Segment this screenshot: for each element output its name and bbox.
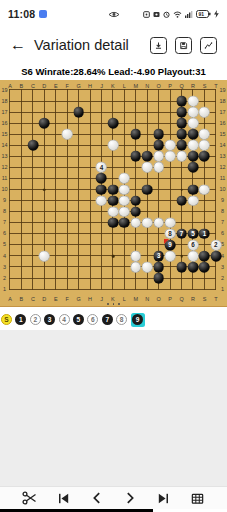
board-cell-D10[interactable]	[39, 184, 50, 195]
board-cell-M13[interactable]	[130, 151, 141, 162]
move-chip-8[interactable]: 8	[116, 314, 127, 325]
board-cell-O5[interactable]	[153, 239, 164, 250]
board-cell-R5[interactable]: 6	[187, 239, 198, 250]
board-cell-S10[interactable]	[199, 184, 210, 195]
board-cell-P13[interactable]	[164, 151, 175, 162]
board-cell-C16[interactable]	[27, 118, 38, 129]
board-cell-G4[interactable]	[73, 250, 84, 261]
board-cell-Q5[interactable]	[176, 239, 187, 250]
board-cell-D19[interactable]	[39, 84, 50, 95]
board-cell-E15[interactable]	[50, 129, 61, 140]
board-cell-B19[interactable]	[16, 84, 27, 95]
board-cell-K1[interactable]	[107, 284, 118, 295]
board-cell-D11[interactable]	[39, 173, 50, 184]
board-cell-H8[interactable]	[84, 206, 95, 217]
board-cell-L11[interactable]	[119, 173, 130, 184]
board-cell-F2[interactable]	[61, 273, 72, 284]
board-cell-N12[interactable]	[142, 162, 153, 173]
board-cell-K2[interactable]	[107, 273, 118, 284]
board-cell-B2[interactable]	[16, 273, 27, 284]
board-cell-E4[interactable]	[50, 250, 61, 261]
board-cell-Q6[interactable]: 7	[176, 228, 187, 239]
board-cell-F8[interactable]	[61, 206, 72, 217]
back-arrow-icon[interactable]: ←	[10, 37, 26, 53]
board-cell-Q16[interactable]	[176, 118, 187, 129]
board-cell-P18[interactable]	[164, 96, 175, 107]
board-cell-K5[interactable]	[107, 239, 118, 250]
board-cell-O7[interactable]	[153, 217, 164, 228]
board-cell-B8[interactable]	[16, 206, 27, 217]
board-cell-D8[interactable]	[39, 206, 50, 217]
board-cell-J13[interactable]	[96, 151, 107, 162]
board-cell-C17[interactable]	[27, 107, 38, 118]
board-cell-T10[interactable]	[210, 184, 221, 195]
board-cell-B4[interactable]	[16, 250, 27, 261]
board-cell-O10[interactable]	[153, 184, 164, 195]
move-chip-9[interactable]: 9	[132, 314, 143, 325]
board-cell-G6[interactable]	[73, 228, 84, 239]
board-cell-O17[interactable]	[153, 107, 164, 118]
board-cell-M9[interactable]	[130, 195, 141, 206]
board-cell-H5[interactable]	[84, 239, 95, 250]
board-cell-F19[interactable]	[61, 84, 72, 95]
board-cell-F11[interactable]	[61, 173, 72, 184]
board-cell-E2[interactable]	[50, 273, 61, 284]
board-cell-C7[interactable]	[27, 217, 38, 228]
board-cell-E10[interactable]	[50, 184, 61, 195]
board-cell-F10[interactable]	[61, 184, 72, 195]
board-cell-C1[interactable]	[27, 284, 38, 295]
board-cell-D3[interactable]	[39, 261, 50, 272]
move-chip-5[interactable]: 5	[73, 314, 84, 325]
board-cell-N5[interactable]	[142, 239, 153, 250]
board-cell-Q1[interactable]	[176, 284, 187, 295]
board-cell-R3[interactable]	[187, 261, 198, 272]
board-cell-S1[interactable]	[199, 284, 210, 295]
board-cell-S2[interactable]	[199, 273, 210, 284]
board-cell-M8[interactable]	[130, 206, 141, 217]
board-cell-Q18[interactable]	[176, 96, 187, 107]
board-cell-D1[interactable]	[39, 284, 50, 295]
board-cell-C15[interactable]	[27, 129, 38, 140]
previous-move-button[interactable]	[88, 490, 105, 507]
board-cell-J18[interactable]	[96, 96, 107, 107]
board-cell-M10[interactable]	[130, 184, 141, 195]
board-cell-S9[interactable]	[199, 195, 210, 206]
board-cell-N14[interactable]	[142, 140, 153, 151]
board-cell-T14[interactable]	[210, 140, 221, 151]
board-cell-T16[interactable]	[210, 118, 221, 129]
board-cell-T2[interactable]	[210, 273, 221, 284]
board-cell-F15[interactable]	[61, 129, 72, 140]
board-cell-G13[interactable]	[73, 151, 84, 162]
skip-to-end-button[interactable]	[155, 490, 172, 507]
board-cell-R4[interactable]	[187, 250, 198, 261]
board-cell-L19[interactable]	[119, 84, 130, 95]
board-cell-C12[interactable]	[27, 162, 38, 173]
board-cell-G16[interactable]	[73, 118, 84, 129]
board-cell-M5[interactable]	[130, 239, 141, 250]
board-cell-G18[interactable]	[73, 96, 84, 107]
board-cell-S3[interactable]	[199, 261, 210, 272]
board-cell-H18[interactable]	[84, 96, 95, 107]
board-cell-O3[interactable]	[153, 261, 164, 272]
board-cell-B1[interactable]	[16, 284, 27, 295]
board-cell-H14[interactable]	[84, 140, 95, 151]
board-cell-G19[interactable]	[73, 84, 84, 95]
board-cell-K4[interactable]	[107, 250, 118, 261]
board-cell-P9[interactable]	[164, 195, 175, 206]
board-cell-K12[interactable]	[107, 162, 118, 173]
board-cell-B12[interactable]	[16, 162, 27, 173]
board-cell-L10[interactable]	[119, 184, 130, 195]
board-cell-N4[interactable]	[142, 250, 153, 261]
board-cell-T9[interactable]	[210, 195, 221, 206]
board-cell-G14[interactable]	[73, 140, 84, 151]
board-cell-Q9[interactable]	[176, 195, 187, 206]
download-button[interactable]	[150, 37, 167, 54]
board-cell-K9[interactable]	[107, 195, 118, 206]
board-cell-O6[interactable]	[153, 228, 164, 239]
board-cell-R8[interactable]	[187, 206, 198, 217]
board-cell-F3[interactable]	[61, 261, 72, 272]
board-cell-J14[interactable]	[96, 140, 107, 151]
board-cell-A7[interactable]	[4, 217, 15, 228]
board-cell-J12[interactable]: 4	[96, 162, 107, 173]
board-cell-J16[interactable]	[96, 118, 107, 129]
board-cell-E9[interactable]	[50, 195, 61, 206]
board-cell-H11[interactable]	[84, 173, 95, 184]
board-cell-F18[interactable]	[61, 96, 72, 107]
board-cell-B10[interactable]	[16, 184, 27, 195]
board-cell-N10[interactable]	[142, 184, 153, 195]
board-cell-A14[interactable]	[4, 140, 15, 151]
board-cell-M6[interactable]	[130, 228, 141, 239]
board-cell-R17[interactable]	[187, 107, 198, 118]
board-cell-H3[interactable]	[84, 261, 95, 272]
board-cell-C14[interactable]	[27, 140, 38, 151]
board-cell-O16[interactable]	[153, 118, 164, 129]
board-cell-E16[interactable]	[50, 118, 61, 129]
board-cell-O15[interactable]	[153, 129, 164, 140]
board-cell-P7[interactable]	[164, 217, 175, 228]
board-cell-D15[interactable]	[39, 129, 50, 140]
board-cell-P17[interactable]	[164, 107, 175, 118]
analysis-graph-button[interactable]	[200, 37, 217, 54]
board-cell-F4[interactable]	[61, 250, 72, 261]
next-move-button[interactable]	[122, 490, 139, 507]
selected-move-highlight[interactable]: 9	[131, 313, 145, 327]
board-cell-N16[interactable]	[142, 118, 153, 129]
board-cell-A1[interactable]	[4, 284, 15, 295]
board-cell-O2[interactable]	[153, 273, 164, 284]
board-grid-button[interactable]	[189, 490, 206, 507]
board-cell-B5[interactable]	[16, 239, 27, 250]
move-chip-7[interactable]: 7	[102, 314, 113, 325]
board-cell-L3[interactable]	[119, 261, 130, 272]
board-cell-G3[interactable]	[73, 261, 84, 272]
board-cell-H9[interactable]	[84, 195, 95, 206]
board-cell-B16[interactable]	[16, 118, 27, 129]
board-cell-L14[interactable]	[119, 140, 130, 151]
board-cell-O1[interactable]	[153, 284, 164, 295]
board-cell-T7[interactable]	[210, 217, 221, 228]
board-cell-N13[interactable]	[142, 151, 153, 162]
board-cell-F7[interactable]	[61, 217, 72, 228]
board-cell-C6[interactable]	[27, 228, 38, 239]
board-cell-E17[interactable]	[50, 107, 61, 118]
board-cell-B7[interactable]	[16, 217, 27, 228]
board-cell-S8[interactable]	[199, 206, 210, 217]
board-cell-A17[interactable]	[4, 107, 15, 118]
board-cell-N19[interactable]	[142, 84, 153, 95]
board-cell-D6[interactable]	[39, 228, 50, 239]
board-cell-L13[interactable]	[119, 151, 130, 162]
board-cell-Q4[interactable]	[176, 250, 187, 261]
board-cell-K3[interactable]	[107, 261, 118, 272]
board-cell-S19[interactable]	[199, 84, 210, 95]
board-cell-C13[interactable]	[27, 151, 38, 162]
board-cell-A9[interactable]	[4, 195, 15, 206]
board-cell-E13[interactable]	[50, 151, 61, 162]
board-cell-P5[interactable]: 9	[164, 239, 175, 250]
board-cell-S7[interactable]	[199, 217, 210, 228]
board-cell-J2[interactable]	[96, 273, 107, 284]
board-cell-B9[interactable]	[16, 195, 27, 206]
board-cell-M19[interactable]	[130, 84, 141, 95]
board-cell-O19[interactable]	[153, 84, 164, 95]
board-cell-J1[interactable]	[96, 284, 107, 295]
board-cell-G8[interactable]	[73, 206, 84, 217]
board-cell-K16[interactable]	[107, 118, 118, 129]
board-cell-O14[interactable]	[153, 140, 164, 151]
board-cell-L17[interactable]	[119, 107, 130, 118]
board-cell-C11[interactable]	[27, 173, 38, 184]
board-cell-R18[interactable]	[187, 96, 198, 107]
board-cell-C8[interactable]	[27, 206, 38, 217]
board-cell-A19[interactable]	[4, 84, 15, 95]
board-cell-P11[interactable]	[164, 173, 175, 184]
board-cell-J19[interactable]	[96, 84, 107, 95]
board-cell-A3[interactable]	[4, 261, 15, 272]
board-cell-Q15[interactable]	[176, 129, 187, 140]
board-cell-E11[interactable]	[50, 173, 61, 184]
board-cell-H7[interactable]	[84, 217, 95, 228]
board-cell-A13[interactable]	[4, 151, 15, 162]
board-cell-N15[interactable]	[142, 129, 153, 140]
board-cell-D17[interactable]	[39, 107, 50, 118]
board-cell-T18[interactable]	[210, 96, 221, 107]
board-cell-H2[interactable]	[84, 273, 95, 284]
board-cell-S15[interactable]	[199, 129, 210, 140]
board-cell-F9[interactable]	[61, 195, 72, 206]
board-cell-P14[interactable]	[164, 140, 175, 151]
board-cell-G5[interactable]	[73, 239, 84, 250]
board-cell-H13[interactable]	[84, 151, 95, 162]
board-cell-D9[interactable]	[39, 195, 50, 206]
move-chip-1[interactable]: 1	[15, 314, 26, 325]
board-cell-A5[interactable]	[4, 239, 15, 250]
board-cell-P19[interactable]	[164, 84, 175, 95]
board-cell-G15[interactable]	[73, 129, 84, 140]
board-cell-G10[interactable]	[73, 184, 84, 195]
board-cell-O9[interactable]	[153, 195, 164, 206]
board-cell-J17[interactable]	[96, 107, 107, 118]
board-cell-H10[interactable]	[84, 184, 95, 195]
board-cell-N3[interactable]	[142, 261, 153, 272]
board-cell-S13[interactable]	[199, 151, 210, 162]
board-cell-L9[interactable]	[119, 195, 130, 206]
trim-scissors-button[interactable]	[21, 490, 38, 507]
board-cell-K6[interactable]	[107, 228, 118, 239]
board-cell-L7[interactable]	[119, 217, 130, 228]
board-cell-O11[interactable]	[153, 173, 164, 184]
board-cell-M14[interactable]	[130, 140, 141, 151]
board-cell-H15[interactable]	[84, 129, 95, 140]
board-cell-Q2[interactable]	[176, 273, 187, 284]
board-cell-E1[interactable]	[50, 284, 61, 295]
board-cell-E18[interactable]	[50, 96, 61, 107]
save-button[interactable]	[175, 37, 192, 54]
board-cell-Q12[interactable]	[176, 162, 187, 173]
board-cell-R9[interactable]	[187, 195, 198, 206]
board-cell-J3[interactable]	[96, 261, 107, 272]
board-cell-Q7[interactable]	[176, 217, 187, 228]
board-cell-C4[interactable]	[27, 250, 38, 261]
board-cell-H4[interactable]	[84, 250, 95, 261]
board-cell-L15[interactable]	[119, 129, 130, 140]
board-cell-J11[interactable]	[96, 173, 107, 184]
board-cell-P6[interactable]: 8	[164, 228, 175, 239]
board-cell-K14[interactable]	[107, 140, 118, 151]
board-cell-O18[interactable]	[153, 96, 164, 107]
board-cell-R2[interactable]	[187, 273, 198, 284]
board-cell-P4[interactable]	[164, 250, 175, 261]
board-cell-P16[interactable]	[164, 118, 175, 129]
board-cell-B18[interactable]	[16, 96, 27, 107]
board-cell-L5[interactable]	[119, 239, 130, 250]
board-cell-M7[interactable]	[130, 217, 141, 228]
board-cell-L16[interactable]	[119, 118, 130, 129]
board-cell-B13[interactable]	[16, 151, 27, 162]
board-cell-H6[interactable]	[84, 228, 95, 239]
board-cell-F14[interactable]	[61, 140, 72, 151]
board-cell-T13[interactable]	[210, 151, 221, 162]
board-cell-P15[interactable]	[164, 129, 175, 140]
board-cell-G7[interactable]	[73, 217, 84, 228]
board-cell-J15[interactable]	[96, 129, 107, 140]
board-cell-R6[interactable]: 5	[187, 228, 198, 239]
board-cell-T5[interactable]: 2	[210, 239, 221, 250]
board-cell-A18[interactable]	[4, 96, 15, 107]
board-cell-L18[interactable]	[119, 96, 130, 107]
board-cell-M18[interactable]	[130, 96, 141, 107]
board-cell-Q17[interactable]	[176, 107, 187, 118]
board-cell-S16[interactable]	[199, 118, 210, 129]
board-cell-P2[interactable]	[164, 273, 175, 284]
board-cell-D4[interactable]	[39, 250, 50, 261]
board-cell-D13[interactable]	[39, 151, 50, 162]
board-cell-G1[interactable]	[73, 284, 84, 295]
board-cell-G12[interactable]	[73, 162, 84, 173]
board-cell-N8[interactable]	[142, 206, 153, 217]
board-cell-B14[interactable]	[16, 140, 27, 151]
move-chip-3[interactable]: 3	[44, 314, 55, 325]
board-cell-B3[interactable]	[16, 261, 27, 272]
board-cell-A6[interactable]	[4, 228, 15, 239]
move-chip-6[interactable]: 6	[87, 314, 98, 325]
board-cell-C19[interactable]	[27, 84, 38, 95]
board-cell-T3[interactable]	[210, 261, 221, 272]
board-cell-Q10[interactable]	[176, 184, 187, 195]
board-cell-N2[interactable]	[142, 273, 153, 284]
board-cell-N7[interactable]	[142, 217, 153, 228]
board-cell-C18[interactable]	[27, 96, 38, 107]
board-cell-K8[interactable]	[107, 206, 118, 217]
board-cell-M16[interactable]	[130, 118, 141, 129]
board-cell-P3[interactable]	[164, 261, 175, 272]
board-cell-D5[interactable]	[39, 239, 50, 250]
board-cell-O8[interactable]	[153, 206, 164, 217]
board-cell-C9[interactable]	[27, 195, 38, 206]
board-cell-Q8[interactable]	[176, 206, 187, 217]
board-cell-S14[interactable]	[199, 140, 210, 151]
board-cell-C5[interactable]	[27, 239, 38, 250]
board-cell-M15[interactable]	[130, 129, 141, 140]
board-cell-F5[interactable]	[61, 239, 72, 250]
board-cell-N6[interactable]	[142, 228, 153, 239]
board-cell-N11[interactable]	[142, 173, 153, 184]
board-cell-R11[interactable]	[187, 173, 198, 184]
board-cell-S6[interactable]: 1	[199, 228, 210, 239]
board-cell-D14[interactable]	[39, 140, 50, 151]
board-cell-P10[interactable]	[164, 184, 175, 195]
board-cell-Q14[interactable]	[176, 140, 187, 151]
board-cell-J4[interactable]	[96, 250, 107, 261]
board-cell-H12[interactable]	[84, 162, 95, 173]
board-cell-M1[interactable]	[130, 284, 141, 295]
board-cell-H17[interactable]	[84, 107, 95, 118]
board-cell-N1[interactable]	[142, 284, 153, 295]
board-cell-G9[interactable]	[73, 195, 84, 206]
board-cell-E7[interactable]	[50, 217, 61, 228]
board-cell-L6[interactable]	[119, 228, 130, 239]
board-cell-P8[interactable]	[164, 206, 175, 217]
board-cell-G17[interactable]	[73, 107, 84, 118]
board-cell-E14[interactable]	[50, 140, 61, 151]
board-cell-A4[interactable]	[4, 250, 15, 261]
board-cell-S11[interactable]	[199, 173, 210, 184]
board-cell-N17[interactable]	[142, 107, 153, 118]
board-cell-E5[interactable]	[50, 239, 61, 250]
board-cell-S4[interactable]	[199, 250, 210, 261]
skip-to-start-button[interactable]	[55, 490, 72, 507]
board-cell-R10[interactable]	[187, 184, 198, 195]
board-cell-A8[interactable]	[4, 206, 15, 217]
board-cell-A15[interactable]	[4, 129, 15, 140]
board-cell-O13[interactable]	[153, 151, 164, 162]
board-cell-H19[interactable]	[84, 84, 95, 95]
board-cell-A10[interactable]	[4, 184, 15, 195]
board-cell-R14[interactable]	[187, 140, 198, 151]
board-cell-B15[interactable]	[16, 129, 27, 140]
board-cell-M17[interactable]	[130, 107, 141, 118]
board-cell-O12[interactable]	[153, 162, 164, 173]
board-cell-B11[interactable]	[16, 173, 27, 184]
board-cell-B17[interactable]	[16, 107, 27, 118]
move-chip-2[interactable]: 2	[30, 314, 41, 325]
board-cell-H16[interactable]	[84, 118, 95, 129]
